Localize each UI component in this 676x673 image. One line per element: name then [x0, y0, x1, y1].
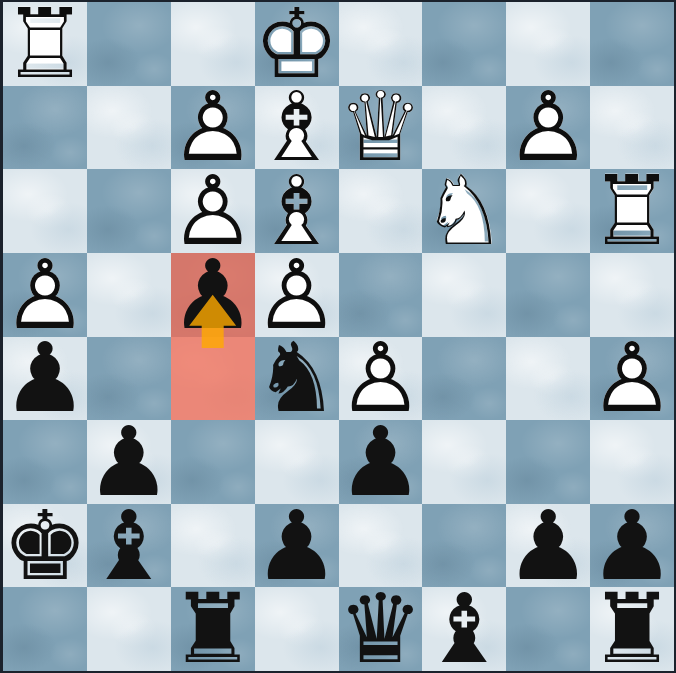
piece-black-queen[interactable]: ♛: [339, 587, 423, 671]
piece-black-bishop[interactable]: ♝: [87, 504, 171, 588]
square-e7[interactable]: ♟: [255, 504, 339, 588]
square-a5[interactable]: ♟♙: [590, 337, 674, 421]
black-pawn-glyph: ♟: [171, 253, 255, 337]
square-b5[interactable]: [506, 337, 590, 421]
square-h7[interactable]: ♚: [3, 504, 87, 588]
square-c5[interactable]: [422, 337, 506, 421]
square-b7[interactable]: ♟: [506, 504, 590, 588]
piece-black-pawn[interactable]: ♟: [506, 504, 590, 588]
square-c3[interactable]: ♞♘: [422, 169, 506, 253]
piece-white-pawn[interactable]: ♟♙: [590, 337, 674, 421]
piece-black-rook[interactable]: ♜: [590, 587, 674, 671]
square-h5[interactable]: ♟: [3, 337, 87, 421]
piece-white-knight[interactable]: ♞♘: [422, 169, 506, 253]
black-pawn-glyph: ♟: [339, 420, 423, 504]
square-e5[interactable]: ♞: [255, 337, 339, 421]
square-g7[interactable]: ♝: [87, 504, 171, 588]
chess-board-frame: ♜♖♚♔♟♙♝♗♛♕♟♙♟♙♝♗♞♘♜♖♟♙♟♟♙♟♞♟♙♟♙♟♟♚♝♟♟♟♜♛…: [0, 0, 676, 673]
piece-black-bishop[interactable]: ♝: [422, 587, 506, 671]
square-a8[interactable]: ♜: [590, 587, 674, 671]
black-pawn-glyph: ♟: [255, 504, 339, 588]
square-f8[interactable]: ♜: [171, 587, 255, 671]
black-rook-glyph: ♜: [590, 587, 674, 671]
square-c8[interactable]: ♝: [422, 587, 506, 671]
square-g3[interactable]: [87, 169, 171, 253]
piece-white-rook[interactable]: ♜♖: [3, 2, 87, 86]
black-king-glyph: ♚: [3, 504, 87, 588]
square-c6[interactable]: [422, 420, 506, 504]
white-rook-outline: ♖: [3, 2, 87, 86]
piece-white-queen[interactable]: ♛♕: [339, 86, 423, 170]
black-queen-glyph: ♛: [339, 587, 423, 671]
square-a1[interactable]: [590, 2, 674, 86]
white-knight-outline: ♘: [422, 169, 506, 253]
piece-black-pawn[interactable]: ♟: [339, 420, 423, 504]
piece-black-pawn[interactable]: ♟: [255, 504, 339, 588]
piece-black-pawn[interactable]: ♟: [3, 337, 87, 421]
black-bishop-glyph: ♝: [422, 587, 506, 671]
square-g1[interactable]: [87, 2, 171, 86]
square-f4[interactable]: ♟: [171, 253, 255, 337]
white-rook-outline: ♖: [590, 169, 674, 253]
black-pawn-glyph: ♟: [3, 337, 87, 421]
piece-black-rook[interactable]: ♜: [171, 587, 255, 671]
piece-black-pawn[interactable]: ♟: [171, 253, 255, 337]
chess-board: ♜♖♚♔♟♙♝♗♛♕♟♙♟♙♝♗♞♘♜♖♟♙♟♟♙♟♞♟♙♟♙♟♟♚♝♟♟♟♜♛…: [3, 2, 674, 671]
white-pawn-outline: ♙: [506, 86, 590, 170]
piece-white-rook[interactable]: ♜♖: [590, 169, 674, 253]
square-b2[interactable]: ♟♙: [506, 86, 590, 170]
square-d8[interactable]: ♛: [339, 587, 423, 671]
piece-black-knight[interactable]: ♞: [255, 337, 339, 421]
square-d6[interactable]: ♟: [339, 420, 423, 504]
square-b4[interactable]: [506, 253, 590, 337]
square-g4[interactable]: [87, 253, 171, 337]
square-h1[interactable]: ♜♖: [3, 2, 87, 86]
square-a3[interactable]: ♜♖: [590, 169, 674, 253]
black-rook-glyph: ♜: [171, 587, 255, 671]
black-bishop-glyph: ♝: [87, 504, 171, 588]
piece-white-pawn[interactable]: ♟♙: [506, 86, 590, 170]
square-f6[interactable]: [171, 420, 255, 504]
white-queen-outline: ♕: [339, 86, 423, 170]
square-c1[interactable]: [422, 2, 506, 86]
square-g2[interactable]: [87, 86, 171, 170]
white-pawn-outline: ♙: [590, 337, 674, 421]
black-pawn-glyph: ♟: [506, 504, 590, 588]
piece-black-king[interactable]: ♚: [3, 504, 87, 588]
square-d2[interactable]: ♛♕: [339, 86, 423, 170]
black-knight-glyph: ♞: [255, 337, 339, 421]
